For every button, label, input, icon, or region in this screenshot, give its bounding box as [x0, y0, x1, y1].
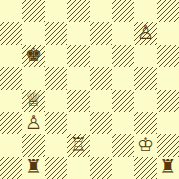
chess-board: ♙♚♕♙♖♔♜♜	[0, 0, 179, 179]
piece-white-pawn[interactable]: ♙	[25, 113, 42, 132]
square-b7[interactable]	[22, 22, 44, 44]
square-e4[interactable]	[90, 90, 112, 112]
square-e7[interactable]	[90, 22, 112, 44]
square-h2[interactable]	[157, 134, 179, 156]
square-g7[interactable]: ♙	[134, 22, 156, 44]
square-b2[interactable]	[22, 134, 44, 156]
square-h7[interactable]	[157, 22, 179, 44]
square-e2[interactable]	[90, 134, 112, 156]
square-b1[interactable]: ♜	[22, 157, 44, 179]
square-d7[interactable]	[67, 22, 89, 44]
square-f8[interactable]	[112, 0, 134, 22]
square-c2[interactable]	[45, 134, 67, 156]
square-h4[interactable]	[157, 90, 179, 112]
square-f1[interactable]	[112, 157, 134, 179]
square-d4[interactable]	[67, 90, 89, 112]
square-g6[interactable]	[134, 45, 156, 67]
square-g3[interactable]	[134, 112, 156, 134]
square-a3[interactable]	[0, 112, 22, 134]
square-h3[interactable]	[157, 112, 179, 134]
square-g1[interactable]	[134, 157, 156, 179]
square-c8[interactable]	[45, 0, 67, 22]
square-e8[interactable]	[90, 0, 112, 22]
piece-white-queen[interactable]: ♕	[25, 90, 42, 109]
square-a1[interactable]	[0, 157, 22, 179]
square-a7[interactable]	[0, 22, 22, 44]
square-g5[interactable]	[134, 67, 156, 89]
square-e1[interactable]	[90, 157, 112, 179]
square-c3[interactable]	[45, 112, 67, 134]
square-d5[interactable]	[67, 67, 89, 89]
square-f6[interactable]	[112, 45, 134, 67]
square-d2[interactable]: ♖	[67, 134, 89, 156]
square-d6[interactable]	[67, 45, 89, 67]
square-a8[interactable]	[0, 0, 22, 22]
piece-black-rook[interactable]: ♜	[159, 157, 176, 176]
square-e3[interactable]	[90, 112, 112, 134]
square-c6[interactable]	[45, 45, 67, 67]
square-b6[interactable]: ♚	[22, 45, 44, 67]
square-h8[interactable]	[157, 0, 179, 22]
square-f2[interactable]	[112, 134, 134, 156]
square-c5[interactable]	[45, 67, 67, 89]
square-b4[interactable]: ♕	[22, 90, 44, 112]
square-d8[interactable]	[67, 0, 89, 22]
piece-black-king[interactable]: ♚	[25, 45, 42, 64]
square-a5[interactable]	[0, 67, 22, 89]
square-h5[interactable]	[157, 67, 179, 89]
piece-white-rook[interactable]: ♖	[70, 135, 87, 154]
square-e5[interactable]	[90, 67, 112, 89]
square-h6[interactable]	[157, 45, 179, 67]
square-c1[interactable]	[45, 157, 67, 179]
square-a6[interactable]	[0, 45, 22, 67]
square-f4[interactable]	[112, 90, 134, 112]
square-g4[interactable]	[134, 90, 156, 112]
square-a4[interactable]	[0, 90, 22, 112]
square-b3[interactable]: ♙	[22, 112, 44, 134]
square-e6[interactable]	[90, 45, 112, 67]
square-f5[interactable]	[112, 67, 134, 89]
square-f3[interactable]	[112, 112, 134, 134]
square-c4[interactable]	[45, 90, 67, 112]
square-d3[interactable]	[67, 112, 89, 134]
square-a2[interactable]	[0, 134, 22, 156]
piece-white-pawn[interactable]: ♙	[137, 23, 154, 42]
piece-white-king[interactable]: ♔	[137, 135, 154, 154]
square-d1[interactable]	[67, 157, 89, 179]
square-b8[interactable]	[22, 0, 44, 22]
square-h1[interactable]: ♜	[157, 157, 179, 179]
square-c7[interactable]	[45, 22, 67, 44]
square-b5[interactable]	[22, 67, 44, 89]
square-g8[interactable]	[134, 0, 156, 22]
square-f7[interactable]	[112, 22, 134, 44]
piece-black-rook[interactable]: ♜	[25, 157, 42, 176]
square-g2[interactable]: ♔	[134, 134, 156, 156]
